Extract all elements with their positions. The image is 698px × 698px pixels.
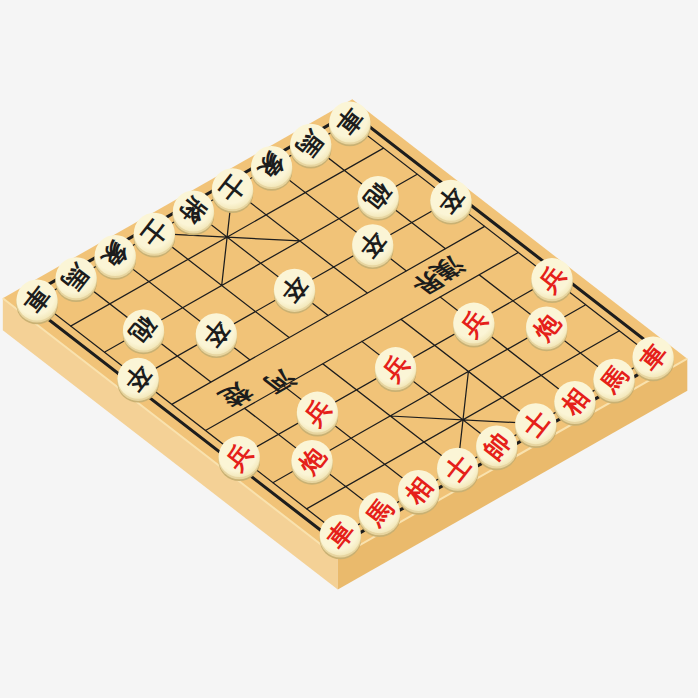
piece-black-cannon[interactable]: 砲 (123, 309, 165, 354)
piece-black-horse[interactable]: 馬 (55, 257, 97, 302)
piece-black-soldier[interactable]: 卒 (430, 180, 472, 225)
piece-red-elephant[interactable]: 相 (554, 381, 596, 426)
piece-red-advisor[interactable]: 士 (437, 448, 479, 493)
piece-black-soldier[interactable]: 卒 (352, 224, 394, 269)
piece-red-cannon[interactable]: 炮 (291, 440, 333, 485)
piece-red-soldier[interactable]: 兵 (531, 258, 573, 303)
piece-red-chariot[interactable]: 車 (320, 514, 362, 559)
piece-black-horse[interactable]: 馬 (290, 124, 332, 169)
piece-black-advisor[interactable]: 士 (212, 168, 254, 213)
piece-black-soldier[interactable]: 卒 (274, 269, 316, 314)
board-top-face (3, 99, 688, 557)
piece-red-elephant[interactable]: 相 (398, 470, 440, 515)
piece-black-advisor[interactable]: 士 (134, 213, 176, 258)
piece-red-horse[interactable]: 馬 (593, 359, 635, 404)
piece-red-soldier[interactable]: 兵 (218, 436, 260, 481)
piece-red-horse[interactable]: 馬 (359, 492, 401, 537)
piece-red-general[interactable]: 帥 (476, 425, 518, 470)
xiangqi-illustration: 楚河漢界車馬象士砲卒將士卒象馬兵卒車兵炮砲卒車兵卒馬相兵士帥兵炮士相馬車 (0, 0, 698, 698)
piece-black-cannon[interactable]: 砲 (357, 176, 399, 221)
piece-black-elephant[interactable]: 象 (94, 235, 136, 280)
piece-black-general[interactable]: 將 (173, 191, 215, 236)
piece-red-advisor[interactable]: 士 (515, 403, 557, 448)
piece-red-soldier[interactable]: 兵 (375, 347, 417, 392)
piece-red-soldier[interactable]: 兵 (297, 392, 339, 437)
piece-black-elephant[interactable]: 象 (251, 146, 293, 191)
piece-red-soldier[interactable]: 兵 (453, 303, 495, 348)
piece-black-chariot[interactable]: 車 (329, 102, 371, 147)
xiangqi-board: 楚河漢界車馬象士砲卒將士卒象馬兵卒車兵炮砲卒車兵卒馬相兵士帥兵炮士相馬車 (0, 0, 698, 698)
piece-red-chariot[interactable]: 車 (632, 336, 674, 381)
piece-black-soldier[interactable]: 卒 (117, 358, 159, 403)
piece-black-soldier[interactable]: 卒 (196, 313, 238, 358)
piece-red-cannon[interactable]: 炮 (526, 306, 568, 351)
piece-black-chariot[interactable]: 車 (16, 280, 58, 325)
